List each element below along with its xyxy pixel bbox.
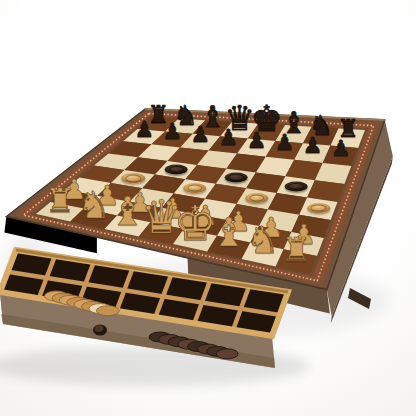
dark-checker-disc — [216, 349, 238, 359]
board-and-drawer-scene — [0, 0, 416, 416]
product-photo-chess-set: ♜♞♝♛♚♝♞♜♟♟♟♟♟♟♟♟♟♟♟♟♟♟♟♟♜♞♝♛♚♝♞♜ Wooden … — [0, 0, 416, 416]
drawer-knob — [95, 325, 104, 332]
light-checker-disc — [96, 306, 119, 316]
